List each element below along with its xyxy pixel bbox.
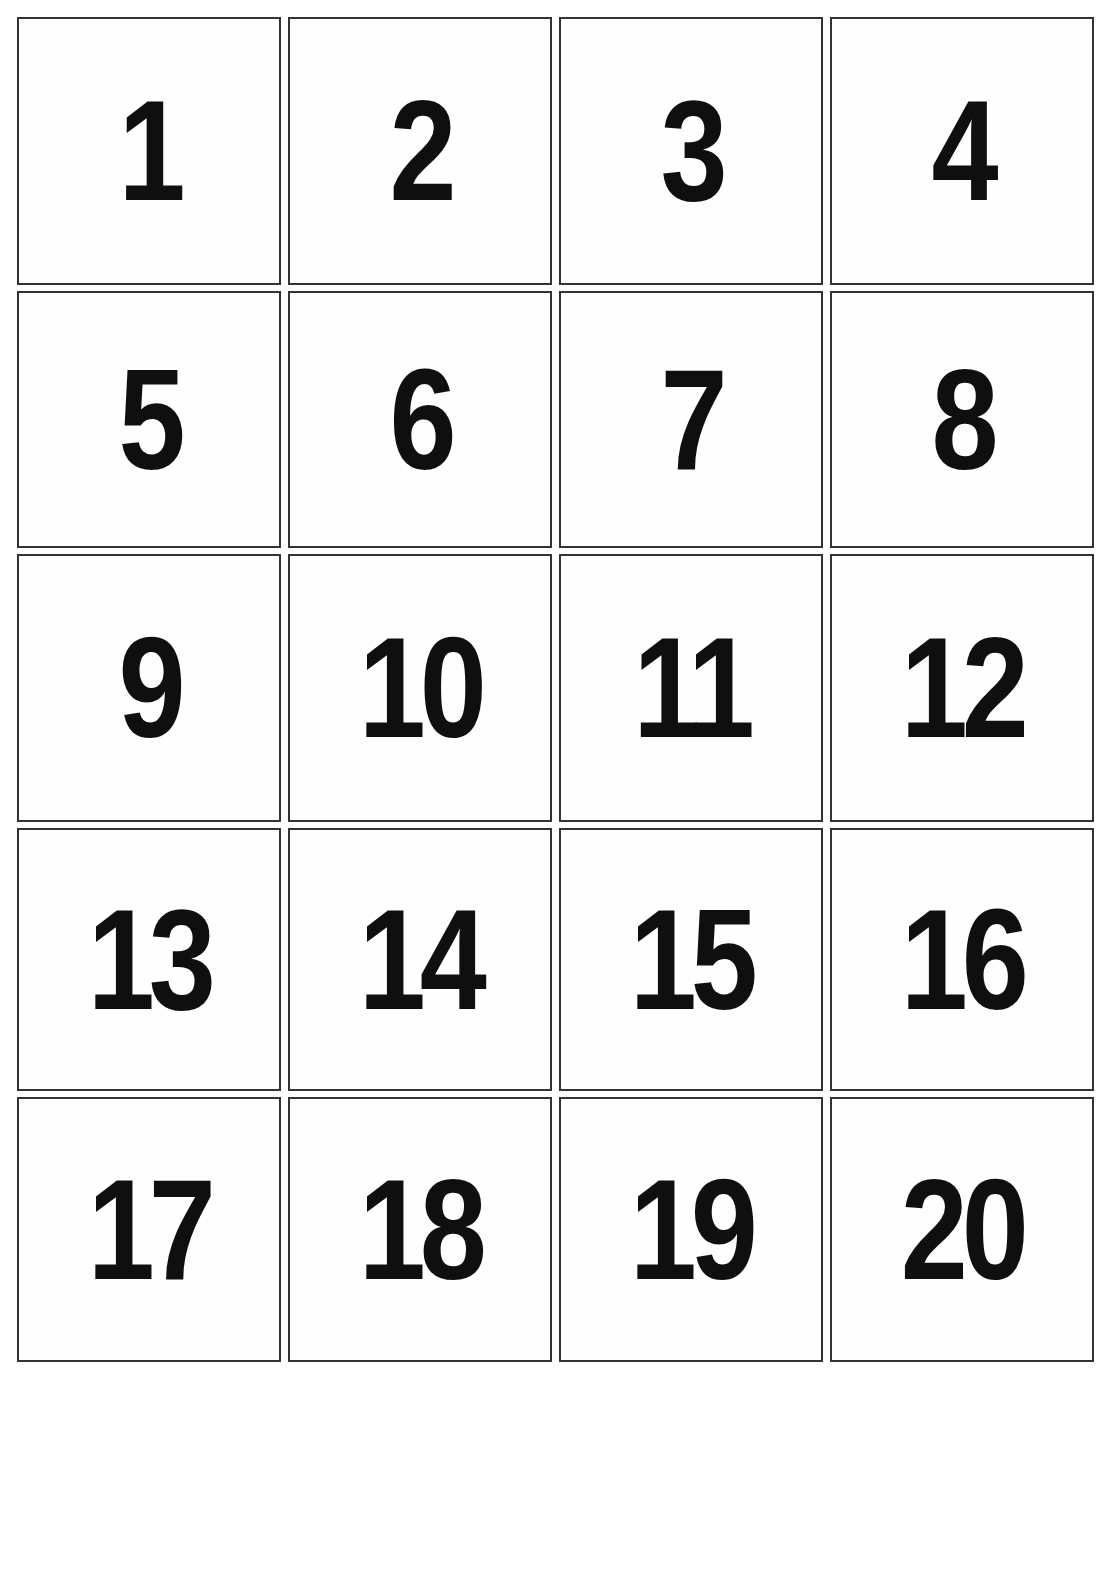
card-16-number: 16 bbox=[901, 889, 1023, 1031]
card-19: 19 bbox=[559, 1097, 823, 1362]
card-7-number: 7 bbox=[660, 349, 721, 491]
card-6: 6 bbox=[288, 291, 552, 548]
card-20: 20 bbox=[830, 1097, 1094, 1362]
card-3-number: 3 bbox=[660, 80, 721, 222]
card-9-number: 9 bbox=[118, 617, 179, 759]
card-1: 1 bbox=[17, 17, 281, 285]
card-11-number: 11 bbox=[633, 617, 749, 759]
card-17-number: 17 bbox=[88, 1159, 210, 1301]
card-18-number: 18 bbox=[359, 1159, 481, 1301]
card-19-number: 19 bbox=[630, 1159, 752, 1301]
card-14-number: 14 bbox=[359, 889, 481, 1031]
card-16: 16 bbox=[830, 828, 1094, 1091]
card-4-number: 4 bbox=[931, 80, 992, 222]
card-12-number: 12 bbox=[901, 617, 1023, 759]
card-13-number: 13 bbox=[88, 889, 210, 1031]
card-13: 13 bbox=[17, 828, 281, 1091]
card-5-number: 5 bbox=[118, 349, 179, 491]
card-17: 17 bbox=[17, 1097, 281, 1362]
card-6-number: 6 bbox=[389, 349, 450, 491]
printable-sheet: 1 2 3 4 5 6 7 8 9 10 11 12 13 14 15 16 1… bbox=[0, 0, 1116, 1578]
card-10-number: 10 bbox=[359, 617, 481, 759]
card-14: 14 bbox=[288, 828, 552, 1091]
card-20-number: 20 bbox=[901, 1159, 1023, 1301]
card-15-number: 15 bbox=[630, 889, 752, 1031]
card-8-number: 8 bbox=[931, 349, 992, 491]
card-5: 5 bbox=[17, 291, 281, 548]
card-9: 9 bbox=[17, 554, 281, 822]
card-2-number: 2 bbox=[389, 80, 450, 222]
card-12: 12 bbox=[830, 554, 1094, 822]
card-15: 15 bbox=[559, 828, 823, 1091]
card-7: 7 bbox=[559, 291, 823, 548]
card-4: 4 bbox=[830, 17, 1094, 285]
card-10: 10 bbox=[288, 554, 552, 822]
card-8: 8 bbox=[830, 291, 1094, 548]
number-card-grid: 1 2 3 4 5 6 7 8 9 10 11 12 13 14 15 16 1… bbox=[17, 17, 1094, 1362]
card-1-number: 1 bbox=[118, 80, 179, 222]
card-11: 11 bbox=[559, 554, 823, 822]
card-2: 2 bbox=[288, 17, 552, 285]
card-18: 18 bbox=[288, 1097, 552, 1362]
card-3: 3 bbox=[559, 17, 823, 285]
